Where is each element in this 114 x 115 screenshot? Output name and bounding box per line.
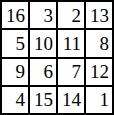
- grid-cell-r3c3: 1: [86, 87, 112, 113]
- grid-cell-r2c0: 9: [2, 59, 28, 85]
- grid-cell-r1c3: 8: [86, 30, 112, 56]
- grid-cell-r2c3: 12: [86, 59, 112, 85]
- grid-cell-r1c2: 11: [58, 30, 84, 56]
- grid-cell-r3c0: 4: [2, 87, 28, 113]
- grid-cell-r0c3: 13: [86, 2, 112, 28]
- grid-cell-r3c2: 14: [58, 87, 84, 113]
- grid-cell-r0c2: 2: [58, 2, 84, 28]
- grid-cell-r1c0: 5: [2, 30, 28, 56]
- grid-cell-r0c1: 3: [30, 2, 56, 28]
- grid-cell-r2c2: 7: [58, 59, 84, 85]
- grid-cell-r3c1: 15: [30, 87, 56, 113]
- magic-square-board: 16 3 2 13 5 10 11 8 9 6 7 12 4 15 14 1: [0, 0, 114, 115]
- grid-cell-r0c0: 16: [2, 2, 28, 28]
- grid-cell-r2c1: 6: [30, 59, 56, 85]
- grid-cell-r1c1: 10: [30, 30, 56, 56]
